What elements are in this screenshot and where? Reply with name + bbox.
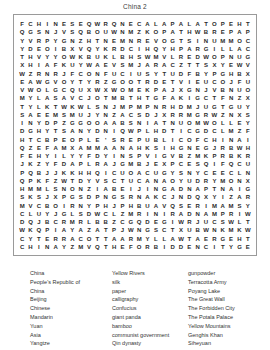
grid-cell: D bbox=[26, 45, 34, 53]
grid-cell: Y bbox=[219, 61, 227, 69]
grid-cell: Z bbox=[185, 152, 193, 160]
grid-cell: A bbox=[160, 86, 168, 94]
grid-cell: W bbox=[127, 226, 135, 234]
grid-cell: A bbox=[26, 78, 34, 86]
grid-cell: N bbox=[235, 177, 243, 185]
grid-cell: ' bbox=[102, 136, 110, 144]
grid-cell: B bbox=[85, 53, 93, 61]
grid-cell: B bbox=[35, 169, 43, 177]
grid-cell: W bbox=[68, 53, 76, 61]
grid-cell: Z bbox=[76, 37, 84, 45]
grid-cell: D bbox=[118, 45, 126, 53]
grid-cell: A bbox=[102, 144, 110, 152]
grid-cell: B bbox=[152, 243, 160, 251]
grid-cell: X bbox=[244, 70, 252, 78]
grid-cell: R bbox=[118, 136, 126, 144]
grid-cell: B bbox=[102, 218, 110, 226]
grid-cell: L bbox=[26, 210, 34, 218]
grid-cell: V bbox=[18, 86, 26, 94]
grid-cell: H bbox=[110, 243, 118, 251]
grid-cell: W bbox=[143, 53, 151, 61]
grid-cell: B bbox=[85, 28, 93, 36]
grid-cell: I bbox=[168, 136, 176, 144]
grid-cell: J bbox=[143, 160, 151, 168]
grid-cell: N bbox=[135, 119, 143, 127]
word-list-item: paper bbox=[112, 287, 169, 296]
grid-cell: F bbox=[185, 70, 193, 78]
grid-cell: H bbox=[143, 45, 151, 53]
grid-cell: U bbox=[93, 53, 101, 61]
grid-cell: L bbox=[219, 119, 227, 127]
word-list-item: The Forbidden City bbox=[188, 304, 235, 313]
grid-cell: F bbox=[235, 78, 243, 86]
word-list-item: China bbox=[30, 269, 80, 278]
grid-cell: Y bbox=[51, 53, 59, 61]
grid-cell: C bbox=[143, 169, 151, 177]
grid-cell: Y bbox=[202, 70, 210, 78]
grid-cell: D bbox=[18, 127, 26, 135]
grid-cell: T bbox=[219, 103, 227, 111]
grid-cell: N bbox=[168, 119, 176, 127]
grid-cell: D bbox=[177, 103, 185, 111]
grid-cell: P bbox=[51, 136, 59, 144]
grid-cell: N bbox=[102, 193, 110, 201]
grid-cell: P bbox=[93, 202, 101, 210]
grid-cell: R bbox=[210, 28, 218, 36]
grid-cell: N bbox=[152, 103, 160, 111]
grid-cell: I bbox=[160, 210, 168, 218]
grid-cell: J bbox=[168, 193, 176, 201]
grid-cell: E bbox=[26, 152, 34, 160]
grid-cell: Y bbox=[68, 226, 76, 234]
grid-cell: M bbox=[185, 111, 193, 119]
grid-cell: J bbox=[110, 103, 118, 111]
grid-cell: A bbox=[43, 94, 51, 102]
grid-cell: F bbox=[85, 152, 93, 160]
grid-cell: N bbox=[227, 86, 235, 94]
grid-cell: C bbox=[177, 136, 185, 144]
grid-cell: U bbox=[235, 103, 243, 111]
grid-cell: Y bbox=[227, 243, 235, 251]
grid-cell: T bbox=[68, 177, 76, 185]
grid-cell: O bbox=[118, 86, 126, 94]
grid-cell: N bbox=[102, 37, 110, 45]
grid-cell: E bbox=[185, 243, 193, 251]
grid-cell: T bbox=[168, 127, 176, 135]
grid-cell: S bbox=[60, 127, 68, 135]
grid-cell: W bbox=[93, 210, 101, 218]
grid-cell: U bbox=[118, 169, 126, 177]
grid-cell: V bbox=[26, 37, 34, 45]
grid-cell: W bbox=[202, 53, 210, 61]
grid-cell: M bbox=[210, 202, 218, 210]
grid-cell: V bbox=[143, 152, 151, 160]
grid-cell: N bbox=[43, 28, 51, 36]
grid-cell: E bbox=[127, 136, 135, 144]
grid-cell: G bbox=[168, 37, 176, 45]
grid-cell: Z bbox=[227, 193, 235, 201]
grid-cell: E bbox=[202, 235, 210, 243]
grid-cell: J bbox=[85, 111, 93, 119]
grid-cell: E bbox=[185, 202, 193, 210]
grid-cell: R bbox=[51, 235, 59, 243]
grid-cell: F bbox=[219, 160, 227, 168]
grid-cell: Y bbox=[102, 152, 110, 160]
grid-cell: Y bbox=[60, 243, 68, 251]
grid-cell: E bbox=[143, 37, 151, 45]
grid-cell: Y bbox=[177, 177, 185, 185]
grid-cell: P bbox=[43, 226, 51, 234]
grid-cell: L bbox=[219, 45, 227, 53]
grid-cell: B bbox=[118, 119, 126, 127]
grid-cell: N bbox=[210, 226, 218, 234]
grid-cell: D bbox=[152, 78, 160, 86]
grid-cell: R bbox=[227, 210, 235, 218]
grid-cell: Y bbox=[51, 37, 59, 45]
grid-cell: C bbox=[202, 243, 210, 251]
grid-cell: C bbox=[18, 235, 26, 243]
grid-cell: W bbox=[60, 177, 68, 185]
grid-cell: M bbox=[135, 235, 143, 243]
grid-cell: S bbox=[35, 28, 43, 36]
grid-cell: W bbox=[18, 70, 26, 78]
grid-cell: S bbox=[110, 136, 118, 144]
grid-cell: O bbox=[244, 86, 252, 94]
word-list-item: Beijing bbox=[30, 295, 80, 304]
grid-cell: I bbox=[135, 45, 143, 53]
grid-cell: N bbox=[60, 185, 68, 193]
grid-cell: M bbox=[76, 243, 84, 251]
grid-cell: W bbox=[235, 144, 243, 152]
grid-cell: V bbox=[177, 78, 185, 86]
grid-cell: O bbox=[185, 136, 193, 144]
grid-cell: V bbox=[60, 28, 68, 36]
grid-cell: R bbox=[177, 53, 185, 61]
grid-cell: T bbox=[219, 243, 227, 251]
grid-cell: I bbox=[35, 61, 43, 69]
grid-cell: F bbox=[193, 136, 201, 144]
grid-cell: N bbox=[135, 226, 143, 234]
grid-cell: E bbox=[76, 20, 84, 28]
grid-cell: A bbox=[76, 144, 84, 152]
grid-cell: Q bbox=[85, 20, 93, 28]
grid-cell: C bbox=[35, 136, 43, 144]
grid-cell: E bbox=[35, 144, 43, 152]
grid-cell: M bbox=[210, 210, 218, 218]
grid-cell: N bbox=[118, 28, 126, 36]
grid-cell: T bbox=[185, 61, 193, 69]
grid-cell: G bbox=[193, 127, 201, 135]
grid-cell: Y bbox=[143, 235, 151, 243]
grid-cell: X bbox=[68, 144, 76, 152]
grid-cell: U bbox=[143, 136, 151, 144]
grid-cell: M bbox=[118, 37, 126, 45]
grid-cell: T bbox=[210, 185, 218, 193]
grid-cell: K bbox=[102, 45, 110, 53]
grid-cell: T bbox=[177, 28, 185, 36]
grid-cell: H bbox=[135, 144, 143, 152]
grid-cell: R bbox=[135, 210, 143, 218]
grid-cell: X bbox=[244, 94, 252, 102]
grid-cell: K bbox=[60, 61, 68, 69]
grid-cell: O bbox=[127, 169, 135, 177]
word-list-item: Mandarin bbox=[30, 313, 80, 322]
word-list-column-3: gunpowderTerracotta ArmyPoyang LakeThe G… bbox=[188, 269, 235, 348]
grid-cell: T bbox=[102, 226, 110, 234]
grid-cell: Q bbox=[76, 28, 84, 36]
grid-cell: W bbox=[235, 61, 243, 69]
grid-cell: A bbox=[177, 20, 185, 28]
grid-cell: M bbox=[18, 202, 26, 210]
grid-cell: N bbox=[76, 185, 84, 193]
grid-cell: O bbox=[152, 28, 160, 36]
grid-cell: M bbox=[51, 111, 59, 119]
grid-cell: N bbox=[244, 169, 252, 177]
grid-cell: M bbox=[60, 144, 68, 152]
grid-cell: E bbox=[102, 61, 110, 69]
grid-cell: L bbox=[43, 185, 51, 193]
word-list-item: communist government bbox=[112, 331, 169, 340]
grid-cell: T bbox=[102, 243, 110, 251]
grid-cell: M bbox=[93, 144, 101, 152]
grid-cell: Y bbox=[85, 202, 93, 210]
grid-cell: Y bbox=[43, 210, 51, 218]
grid-cell: Q bbox=[135, 218, 143, 226]
word-list-column-2: Yellow RiverssilkpapercalligraphyConfuci… bbox=[112, 269, 169, 348]
grid-cell: G bbox=[118, 160, 126, 168]
grid-cell: C bbox=[76, 94, 84, 102]
grid-cell: O bbox=[60, 78, 68, 86]
grid-cell: J bbox=[110, 202, 118, 210]
grid-cell: H bbox=[76, 169, 84, 177]
grid-cell: A bbox=[152, 119, 160, 127]
grid-cell: W bbox=[18, 226, 26, 234]
grid-cell: O bbox=[127, 78, 135, 86]
grid-cell: V bbox=[110, 61, 118, 69]
grid-cell: G bbox=[235, 243, 243, 251]
grid-cell: Z bbox=[135, 28, 143, 36]
grid-cell: B bbox=[219, 86, 227, 94]
grid-cell: Y bbox=[18, 37, 26, 45]
grid-cell: U bbox=[202, 78, 210, 86]
grid-cell: G bbox=[202, 45, 210, 53]
grid-cell: M bbox=[127, 86, 135, 94]
grid-cell: T bbox=[102, 94, 110, 102]
word-list-column-1: ChinaPeople's Republic ofChinaBeijingChi… bbox=[30, 269, 80, 348]
grid-cell: S bbox=[244, 111, 252, 119]
grid-cell: H bbox=[35, 20, 43, 28]
grid-cell: A bbox=[160, 177, 168, 185]
grid-cell: H bbox=[26, 53, 34, 61]
grid-cell: Q bbox=[26, 169, 34, 177]
grid-cell: W bbox=[210, 111, 218, 119]
grid-cell: H bbox=[26, 61, 34, 69]
grid-cell: U bbox=[127, 177, 135, 185]
grid-cell: G bbox=[26, 127, 34, 135]
grid-cell: V bbox=[76, 45, 84, 53]
grid-cell: T bbox=[127, 94, 135, 102]
grid-cell: H bbox=[35, 152, 43, 160]
grid-cell: S bbox=[127, 119, 135, 127]
grid-cell: Y bbox=[93, 111, 101, 119]
grid-cell: E bbox=[193, 78, 201, 86]
grid-cell: I bbox=[219, 193, 227, 201]
grid-cell: A bbox=[227, 185, 235, 193]
grid-cell: A bbox=[118, 235, 126, 243]
grid-cell: E bbox=[160, 78, 168, 86]
word-list-item: Terracotta Army bbox=[188, 278, 235, 287]
grid-cell: F bbox=[18, 20, 26, 28]
grid-cell: R bbox=[219, 152, 227, 160]
grid-cell: Z bbox=[60, 119, 68, 127]
grid-cell: L bbox=[219, 127, 227, 135]
grid-cell: T bbox=[185, 235, 193, 243]
grid-cell: A bbox=[60, 226, 68, 234]
grid-cell: M bbox=[35, 185, 43, 193]
grid-cell: E bbox=[135, 86, 143, 94]
word-list-item: Siheyuan bbox=[188, 339, 235, 348]
grid-cell: H bbox=[85, 37, 93, 45]
grid-cell: P bbox=[210, 152, 218, 160]
grid-cell: B bbox=[235, 70, 243, 78]
grid-cell: Q bbox=[18, 144, 26, 152]
grid-cell: Y bbox=[210, 177, 218, 185]
grid-cell: X bbox=[68, 45, 76, 53]
grid-cell: N bbox=[118, 152, 126, 160]
grid-cell: T bbox=[35, 235, 43, 243]
grid-cell: U bbox=[244, 160, 252, 168]
grid-cell: S bbox=[76, 193, 84, 201]
grid-cell: K bbox=[152, 193, 160, 201]
grid-cell: B bbox=[135, 160, 143, 168]
grid-cell: T bbox=[168, 226, 176, 234]
grid-cell: R bbox=[210, 235, 218, 243]
grid-cell: G bbox=[210, 103, 218, 111]
grid-cell: I bbox=[51, 226, 59, 234]
word-search-grid: FCHINESEQWRQNECALAPALATOPEHTQGSNJVSQBOUW… bbox=[13, 14, 257, 256]
grid-cell: Z bbox=[85, 185, 93, 193]
grid-cell: T bbox=[51, 127, 59, 135]
grid-cell: C bbox=[210, 218, 218, 226]
grid-cell: I bbox=[210, 243, 218, 251]
grid-cell: R bbox=[93, 78, 101, 86]
grid-cell: T bbox=[177, 37, 185, 45]
word-list-item: silk bbox=[112, 278, 169, 287]
grid-cell: W bbox=[60, 103, 68, 111]
grid-cell: M bbox=[193, 119, 201, 127]
grid-cell: K bbox=[43, 103, 51, 111]
grid-cell: K bbox=[60, 169, 68, 177]
grid-cell: Y bbox=[85, 177, 93, 185]
grid-cell: W bbox=[127, 127, 135, 135]
grid-cell: W bbox=[177, 235, 185, 243]
grid-cell: F bbox=[68, 70, 76, 78]
grid-cell: V bbox=[244, 61, 252, 69]
grid-cell: R bbox=[168, 111, 176, 119]
grid-cell: S bbox=[51, 94, 59, 102]
grid-cell: I bbox=[210, 45, 218, 53]
grid-cell: F bbox=[160, 94, 168, 102]
grid-cell: N bbox=[193, 243, 201, 251]
grid-cell: C bbox=[102, 210, 110, 218]
grid-cell: G bbox=[110, 78, 118, 86]
grid-cell: N bbox=[227, 136, 235, 144]
grid-cell: R bbox=[202, 111, 210, 119]
word-list-item: Chinese bbox=[30, 304, 80, 313]
grid-cell: J bbox=[118, 226, 126, 234]
grid-cell: H bbox=[227, 70, 235, 78]
grid-cell: N bbox=[152, 177, 160, 185]
grid-cell: I bbox=[127, 70, 135, 78]
grid-cell: T bbox=[135, 78, 143, 86]
grid-cell: V bbox=[68, 94, 76, 102]
grid-cell: O bbox=[85, 235, 93, 243]
grid-cell: J bbox=[135, 61, 143, 69]
grid-cell: G bbox=[185, 86, 193, 94]
grid-cell: R bbox=[202, 177, 210, 185]
grid-cell: N bbox=[152, 210, 160, 218]
grid-cell: H bbox=[18, 185, 26, 193]
grid-cell: I bbox=[143, 119, 151, 127]
grid-cell: C bbox=[76, 70, 84, 78]
grid-cell: Z bbox=[235, 127, 243, 135]
grid-cell: Z bbox=[26, 70, 34, 78]
grid-cell: W bbox=[110, 86, 118, 94]
grid-cell: M bbox=[127, 61, 135, 69]
grid-cell: A bbox=[143, 193, 151, 201]
word-list-item: Genghis Khan bbox=[188, 331, 235, 340]
grid-cell: S bbox=[102, 177, 110, 185]
grid-cell: N bbox=[227, 53, 235, 61]
grid-cell: A bbox=[235, 45, 243, 53]
grid-cell: G bbox=[143, 226, 151, 234]
grid-cell: A bbox=[193, 185, 201, 193]
grid-cell: E bbox=[35, 45, 43, 53]
grid-cell: H bbox=[85, 169, 93, 177]
grid-cell: U bbox=[168, 70, 176, 78]
grid-cell: I bbox=[110, 127, 118, 135]
grid-cell: R bbox=[102, 20, 110, 28]
grid-cell: A bbox=[160, 61, 168, 69]
grid-cell: B bbox=[193, 226, 201, 234]
grid-cell: N bbox=[93, 70, 101, 78]
grid-cell: C bbox=[202, 94, 210, 102]
grid-cell: S bbox=[177, 169, 185, 177]
grid-cell: U bbox=[235, 53, 243, 61]
grid-cell: S bbox=[118, 61, 126, 69]
grid-cell: I bbox=[177, 127, 185, 135]
grid-cell: G bbox=[68, 119, 76, 127]
grid-cell: L bbox=[35, 94, 43, 102]
grid-cell: N bbox=[185, 169, 193, 177]
grid-cell: A bbox=[168, 94, 176, 102]
grid-cell: A bbox=[127, 144, 135, 152]
grid-cell: L bbox=[60, 152, 68, 160]
grid-cell: D bbox=[143, 111, 151, 119]
grid-cell: N bbox=[202, 37, 210, 45]
grid-cell: Q bbox=[202, 160, 210, 168]
grid-cell: W bbox=[110, 28, 118, 36]
grid-cell: K bbox=[235, 152, 243, 160]
grid-cell: C bbox=[110, 169, 118, 177]
grid-cell: Y bbox=[68, 152, 76, 160]
grid-cell: X bbox=[160, 111, 168, 119]
grid-cell: E bbox=[93, 136, 101, 144]
grid-cell: P bbox=[135, 127, 143, 135]
grid-cell: B bbox=[43, 136, 51, 144]
grid-cell: L bbox=[227, 45, 235, 53]
grid-cell: K bbox=[35, 177, 43, 185]
